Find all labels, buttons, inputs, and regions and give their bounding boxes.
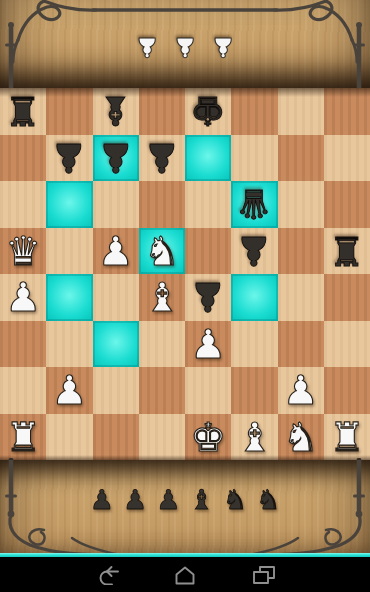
white-knight[interactable]: ♞ xyxy=(283,417,319,457)
square-a3[interactable] xyxy=(0,321,46,368)
chess-board: ♜♝♚♟♟♟♛♛♟♞♟♜♟♝♟♟♟♟♜♚♝♞♜ xyxy=(0,88,370,460)
square-c2[interactable] xyxy=(93,367,139,414)
black-pawn[interactable]: ♟ xyxy=(51,138,87,178)
square-d3[interactable] xyxy=(139,321,185,368)
square-b1[interactable] xyxy=(46,414,92,461)
square-d2[interactable] xyxy=(139,367,185,414)
square-h7[interactable] xyxy=(324,135,370,182)
home-icon[interactable] xyxy=(172,565,198,585)
square-h3[interactable] xyxy=(324,321,370,368)
square-h8[interactable] xyxy=(324,88,370,135)
black-rook[interactable]: ♜ xyxy=(5,91,41,131)
white-rook[interactable]: ♜ xyxy=(329,417,365,457)
square-c6[interactable] xyxy=(93,181,139,228)
white-king[interactable]: ♚ xyxy=(190,417,226,457)
square-e6[interactable] xyxy=(185,181,231,228)
square-f8[interactable] xyxy=(231,88,277,135)
square-d4[interactable]: ♝ xyxy=(139,274,185,321)
square-h4[interactable] xyxy=(324,274,370,321)
square-f2[interactable] xyxy=(231,367,277,414)
square-a1[interactable]: ♜ xyxy=(0,414,46,461)
square-a7[interactable] xyxy=(0,135,46,182)
captured-black-pawn: ♟ xyxy=(156,486,180,513)
square-d6[interactable] xyxy=(139,181,185,228)
square-a2[interactable] xyxy=(0,367,46,414)
white-pawn[interactable]: ♟ xyxy=(190,324,226,364)
black-pawn[interactable]: ♟ xyxy=(190,277,226,317)
square-a4[interactable]: ♟ xyxy=(0,274,46,321)
square-f1[interactable]: ♝ xyxy=(231,414,277,461)
square-e7[interactable] xyxy=(185,135,231,182)
captured-white-pawn: ♟ xyxy=(173,34,197,61)
white-rook[interactable]: ♜ xyxy=(5,417,41,457)
black-king[interactable]: ♚ xyxy=(190,91,226,131)
white-knight[interactable]: ♞ xyxy=(144,231,180,271)
square-f7[interactable] xyxy=(231,135,277,182)
black-pawn[interactable]: ♟ xyxy=(144,138,180,178)
captured-black-pawn: ♟ xyxy=(90,486,114,513)
square-h1[interactable]: ♜ xyxy=(324,414,370,461)
square-d8[interactable] xyxy=(139,88,185,135)
recents-icon[interactable] xyxy=(251,565,277,585)
square-e2[interactable] xyxy=(185,367,231,414)
square-f5[interactable]: ♟ xyxy=(231,228,277,275)
black-bishop[interactable]: ♝ xyxy=(98,91,134,131)
captured-white-pawn: ♟ xyxy=(211,34,235,61)
square-c3[interactable] xyxy=(93,321,139,368)
square-d1[interactable] xyxy=(139,414,185,461)
white-bishop[interactable]: ♝ xyxy=(236,417,272,457)
white-pawn[interactable]: ♟ xyxy=(283,370,319,410)
black-pawn[interactable]: ♟ xyxy=(236,231,272,271)
square-f3[interactable] xyxy=(231,321,277,368)
square-h6[interactable] xyxy=(324,181,370,228)
white-bishop[interactable]: ♝ xyxy=(144,277,180,317)
square-d7[interactable]: ♟ xyxy=(139,135,185,182)
square-b2[interactable]: ♟ xyxy=(46,367,92,414)
white-pawn[interactable]: ♟ xyxy=(51,370,87,410)
square-b4[interactable] xyxy=(46,274,92,321)
white-pawn[interactable]: ♟ xyxy=(5,277,41,317)
square-b6[interactable] xyxy=(46,181,92,228)
square-g1[interactable]: ♞ xyxy=(278,414,324,461)
captured-white-pawn: ♟ xyxy=(135,34,159,61)
square-g2[interactable]: ♟ xyxy=(278,367,324,414)
square-a5[interactable]: ♛ xyxy=(0,228,46,275)
square-a8[interactable]: ♜ xyxy=(0,88,46,135)
square-g4[interactable] xyxy=(278,274,324,321)
square-h2[interactable] xyxy=(324,367,370,414)
square-b7[interactable]: ♟ xyxy=(46,135,92,182)
white-queen[interactable]: ♛ xyxy=(5,231,41,271)
square-e8[interactable]: ♚ xyxy=(185,88,231,135)
square-b8[interactable] xyxy=(46,88,92,135)
black-rook[interactable]: ♜ xyxy=(329,231,365,271)
square-f6[interactable]: ♛ xyxy=(231,181,277,228)
captured-tray-bottom: ♟♟♟♝♞♞ xyxy=(0,480,370,518)
android-nav-bar xyxy=(0,557,370,592)
captured-tray-top: ♟♟♟ xyxy=(0,30,370,64)
square-b5[interactable] xyxy=(46,228,92,275)
app-screen: ♟♟♟ ♜♝♚♟♟♟♛♛♟♞♟♜♟♝♟♟♟♟♜♚♝♞♜ ♟♟♟♝♞♞ xyxy=(0,0,370,592)
square-g8[interactable] xyxy=(278,88,324,135)
square-b3[interactable] xyxy=(46,321,92,368)
square-c5[interactable]: ♟ xyxy=(93,228,139,275)
square-c8[interactable]: ♝ xyxy=(93,88,139,135)
captured-black-knight: ♞ xyxy=(256,486,280,513)
black-pawn[interactable]: ♟ xyxy=(98,138,134,178)
back-icon[interactable] xyxy=(95,565,121,585)
square-e1[interactable]: ♚ xyxy=(185,414,231,461)
square-g3[interactable] xyxy=(278,321,324,368)
square-g5[interactable] xyxy=(278,228,324,275)
square-e3[interactable]: ♟ xyxy=(185,321,231,368)
captured-black-pawn: ♟ xyxy=(123,486,147,513)
square-c4[interactable] xyxy=(93,274,139,321)
square-d5[interactable]: ♞ xyxy=(139,228,185,275)
square-c1[interactable] xyxy=(93,414,139,461)
square-f4[interactable] xyxy=(231,274,277,321)
captured-black-knight: ♞ xyxy=(223,486,247,513)
square-g6[interactable] xyxy=(278,181,324,228)
captured-black-bishop: ♝ xyxy=(190,486,214,513)
square-a6[interactable] xyxy=(0,181,46,228)
square-e5[interactable] xyxy=(185,228,231,275)
square-g7[interactable] xyxy=(278,135,324,182)
white-pawn[interactable]: ♟ xyxy=(98,231,134,271)
square-h5[interactable]: ♜ xyxy=(324,228,370,275)
square-c7[interactable]: ♟ xyxy=(93,135,139,182)
black-queen[interactable]: ♛ xyxy=(236,184,272,224)
square-e4[interactable]: ♟ xyxy=(185,274,231,321)
